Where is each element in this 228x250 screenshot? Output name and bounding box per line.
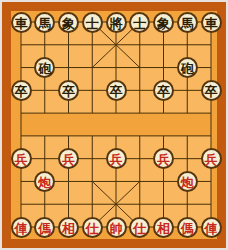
piece-black-chariot-right[interactable]: 車 bbox=[201, 12, 222, 33]
piece-glyph: 馬 bbox=[181, 16, 194, 29]
piece-black-soldier-1[interactable]: 卒 bbox=[11, 80, 32, 101]
piece-red-advisor-left[interactable]: 仕 bbox=[82, 217, 103, 238]
piece-glyph: 士 bbox=[133, 16, 146, 29]
piece-black-advisor-right[interactable]: 士 bbox=[129, 12, 150, 33]
piece-black-elephant-left[interactable]: 象 bbox=[58, 12, 79, 33]
piece-black-soldier-2[interactable]: 卒 bbox=[58, 80, 79, 101]
piece-red-soldier-5[interactable]: 兵 bbox=[201, 148, 222, 169]
piece-red-elephant-right[interactable]: 相 bbox=[153, 217, 174, 238]
piece-glyph: 炮 bbox=[181, 175, 194, 188]
piece-glyph: 兵 bbox=[110, 153, 123, 166]
piece-black-advisor-left[interactable]: 士 bbox=[82, 12, 103, 33]
piece-glyph: 將 bbox=[110, 16, 123, 29]
piece-black-soldier-3[interactable]: 卒 bbox=[106, 80, 127, 101]
piece-glyph: 卒 bbox=[157, 84, 170, 97]
piece-glyph: 兵 bbox=[15, 153, 28, 166]
piece-glyph: 帥 bbox=[110, 221, 123, 234]
piece-black-horse-left[interactable]: 馬 bbox=[34, 12, 55, 33]
piece-red-chariot-right[interactable]: 俥 bbox=[201, 217, 222, 238]
piece-red-horse-left[interactable]: 傌 bbox=[34, 217, 55, 238]
piece-black-soldier-4[interactable]: 卒 bbox=[153, 80, 174, 101]
piece-red-soldier-1[interactable]: 兵 bbox=[11, 148, 32, 169]
piece-glyph: 相 bbox=[62, 221, 75, 234]
piece-red-soldier-2[interactable]: 兵 bbox=[58, 148, 79, 169]
piece-glyph: 仕 bbox=[86, 221, 99, 234]
piece-glyph: 士 bbox=[86, 16, 99, 29]
piece-glyph: 車 bbox=[15, 16, 28, 29]
piece-glyph: 砲 bbox=[181, 62, 194, 75]
piece-black-cannon-right[interactable]: 砲 bbox=[177, 57, 198, 78]
piece-glyph: 兵 bbox=[62, 153, 75, 166]
piece-glyph: 相 bbox=[157, 221, 170, 234]
piece-red-elephant-left[interactable]: 相 bbox=[58, 217, 79, 238]
piece-glyph: 卒 bbox=[205, 84, 218, 97]
piece-glyph: 象 bbox=[157, 16, 170, 29]
piece-glyph: 馬 bbox=[38, 16, 51, 29]
piece-glyph: 仕 bbox=[133, 221, 146, 234]
piece-glyph: 傌 bbox=[38, 221, 51, 234]
piece-red-chariot-left[interactable]: 俥 bbox=[11, 217, 32, 238]
piece-glyph: 兵 bbox=[157, 153, 170, 166]
piece-black-elephant-right[interactable]: 象 bbox=[153, 12, 174, 33]
piece-glyph: 俥 bbox=[205, 221, 218, 234]
piece-red-advisor-right[interactable]: 仕 bbox=[129, 217, 150, 238]
piece-glyph: 車 bbox=[205, 16, 218, 29]
piece-glyph: 俥 bbox=[15, 221, 28, 234]
piece-glyph: 卒 bbox=[62, 84, 75, 97]
piece-red-general[interactable]: 帥 bbox=[106, 217, 127, 238]
piece-black-horse-right[interactable]: 馬 bbox=[177, 12, 198, 33]
piece-black-chariot-left[interactable]: 車 bbox=[11, 12, 32, 33]
xiangqi-board-screenshot: 車馬象士將士象馬車砲砲卒卒卒卒卒兵兵兵兵兵炮炮俥傌相仕帥仕相傌俥 bbox=[0, 0, 228, 250]
piece-red-horse-right[interactable]: 傌 bbox=[177, 217, 198, 238]
piece-red-cannon-right[interactable]: 炮 bbox=[177, 171, 198, 192]
piece-red-soldier-4[interactable]: 兵 bbox=[153, 148, 174, 169]
piece-glyph: 象 bbox=[62, 16, 75, 29]
piece-glyph: 卒 bbox=[110, 84, 123, 97]
piece-glyph: 兵 bbox=[205, 153, 218, 166]
piece-red-soldier-3[interactable]: 兵 bbox=[106, 148, 127, 169]
piece-black-general[interactable]: 將 bbox=[106, 12, 127, 33]
piece-glyph: 炮 bbox=[38, 175, 51, 188]
piece-black-soldier-5[interactable]: 卒 bbox=[201, 80, 222, 101]
piece-glyph: 傌 bbox=[181, 221, 194, 234]
piece-glyph: 卒 bbox=[15, 84, 28, 97]
piece-glyph: 砲 bbox=[38, 62, 51, 75]
